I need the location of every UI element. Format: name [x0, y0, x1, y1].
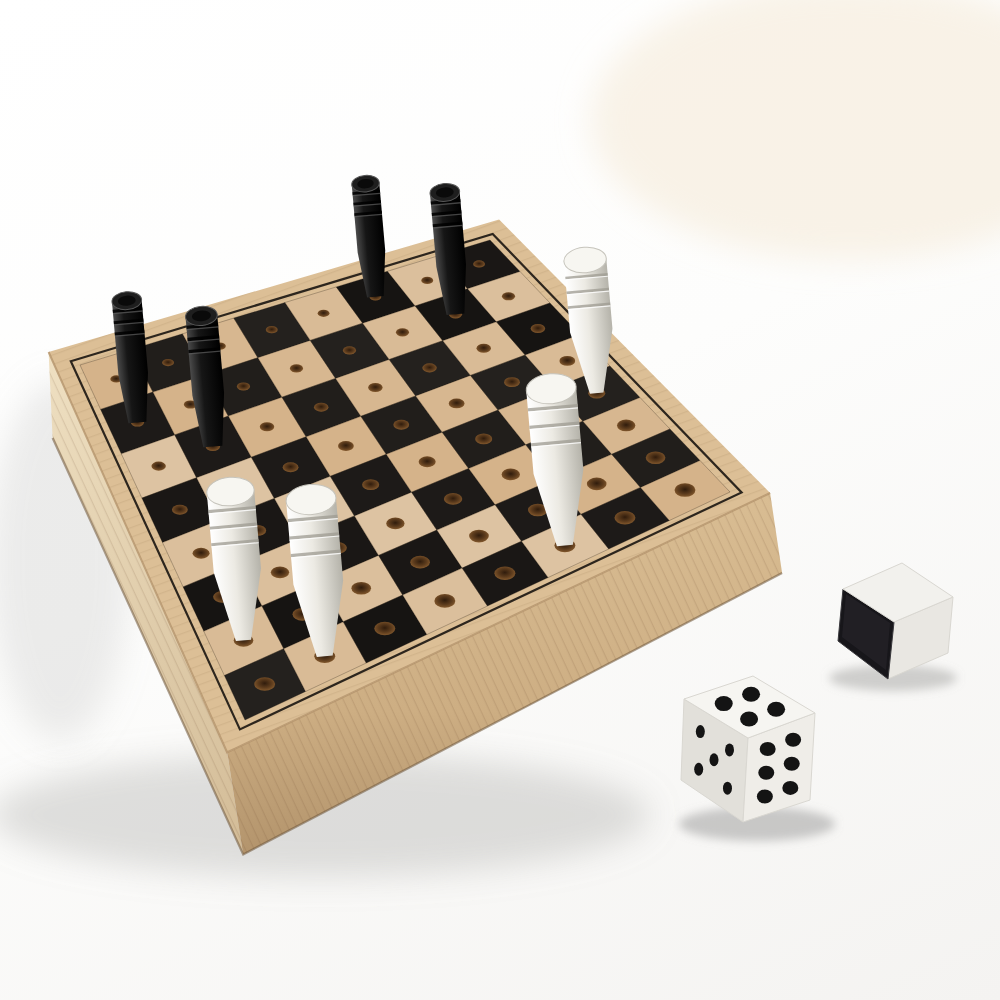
- peg-hole-h6[interactable]: [531, 324, 545, 333]
- peg-hole-f5[interactable]: [449, 398, 465, 408]
- die-pip: [785, 733, 801, 747]
- peg-hole-h8[interactable]: [473, 260, 485, 267]
- peg-hole-a6[interactable]: [151, 462, 165, 471]
- peg-hole-a1[interactable]: [254, 677, 275, 691]
- die-pip: [723, 782, 732, 795]
- peg-hole-g8[interactable]: [421, 277, 433, 284]
- peg-hole-b3[interactable]: [271, 566, 289, 578]
- peg-hole-b8[interactable]: [162, 359, 174, 366]
- peg-hole-g6[interactable]: [477, 344, 491, 353]
- peg-hole-f6[interactable]: [422, 363, 436, 372]
- peg-hole-g2[interactable]: [587, 478, 607, 491]
- peg-hole-e6[interactable]: [368, 383, 382, 392]
- peg-hole-e3[interactable]: [444, 493, 462, 505]
- peg-hole-c1[interactable]: [374, 622, 395, 636]
- die-pip: [710, 753, 719, 766]
- peg-hole-e4[interactable]: [419, 456, 436, 467]
- die-pip: [758, 766, 774, 780]
- peg-hole-f4[interactable]: [475, 433, 492, 444]
- white-die[interactable]: [681, 676, 815, 822]
- peg-hole-c7[interactable]: [237, 382, 250, 390]
- die-pip: [767, 702, 785, 717]
- die-pip: [757, 789, 773, 803]
- peg-hole-e8[interactable]: [318, 310, 330, 317]
- peg-hole-f7[interactable]: [396, 328, 409, 336]
- peg-hole-c2[interactable]: [351, 582, 371, 595]
- die-pip: [694, 763, 703, 776]
- peg-hole-e5[interactable]: [393, 420, 409, 430]
- die-pip: [740, 711, 758, 726]
- peg-board-scene: [0, 0, 1000, 1000]
- peg-hole-d7[interactable]: [290, 364, 303, 372]
- peg-hole-d3[interactable]: [386, 518, 404, 530]
- peg-hole-d6[interactable]: [314, 403, 328, 412]
- peg-hole-e2[interactable]: [469, 530, 489, 543]
- die-pip: [760, 742, 776, 756]
- peg-hole-a5[interactable]: [172, 505, 188, 515]
- peg-hole-c6[interactable]: [260, 422, 274, 431]
- peg-hole-d5[interactable]: [338, 441, 354, 451]
- die-pip: [725, 743, 734, 756]
- peg-hole-c5[interactable]: [283, 462, 299, 472]
- peg-hole-f3[interactable]: [502, 469, 520, 481]
- die-pip: [784, 757, 800, 771]
- peg-hole-h5[interactable]: [559, 356, 575, 366]
- peg-hole-h2[interactable]: [646, 451, 666, 464]
- die-pip: [715, 696, 733, 711]
- peg-hole-d4[interactable]: [362, 479, 379, 490]
- peg-hole-h7[interactable]: [502, 292, 515, 300]
- peg-hole-d2[interactable]: [410, 556, 430, 569]
- peg-hole-g1[interactable]: [614, 511, 635, 525]
- die-pip: [696, 725, 705, 738]
- peg-hole-h1[interactable]: [675, 483, 696, 497]
- peg-hole-h3[interactable]: [617, 420, 635, 432]
- peg-hole-a4[interactable]: [193, 548, 210, 559]
- photo-stage: Wooden travel peg checkers board with tw…: [0, 0, 1000, 1000]
- peg-hole-d8[interactable]: [266, 326, 278, 333]
- peg-hole-d1[interactable]: [434, 594, 455, 608]
- black-faced-cube[interactable]: [838, 563, 953, 679]
- die-pip: [742, 687, 760, 702]
- peg-hole-g5[interactable]: [504, 377, 520, 387]
- peg-hole-e7[interactable]: [343, 346, 356, 354]
- die-pip: [782, 781, 798, 795]
- peg-hole-e1[interactable]: [494, 566, 515, 580]
